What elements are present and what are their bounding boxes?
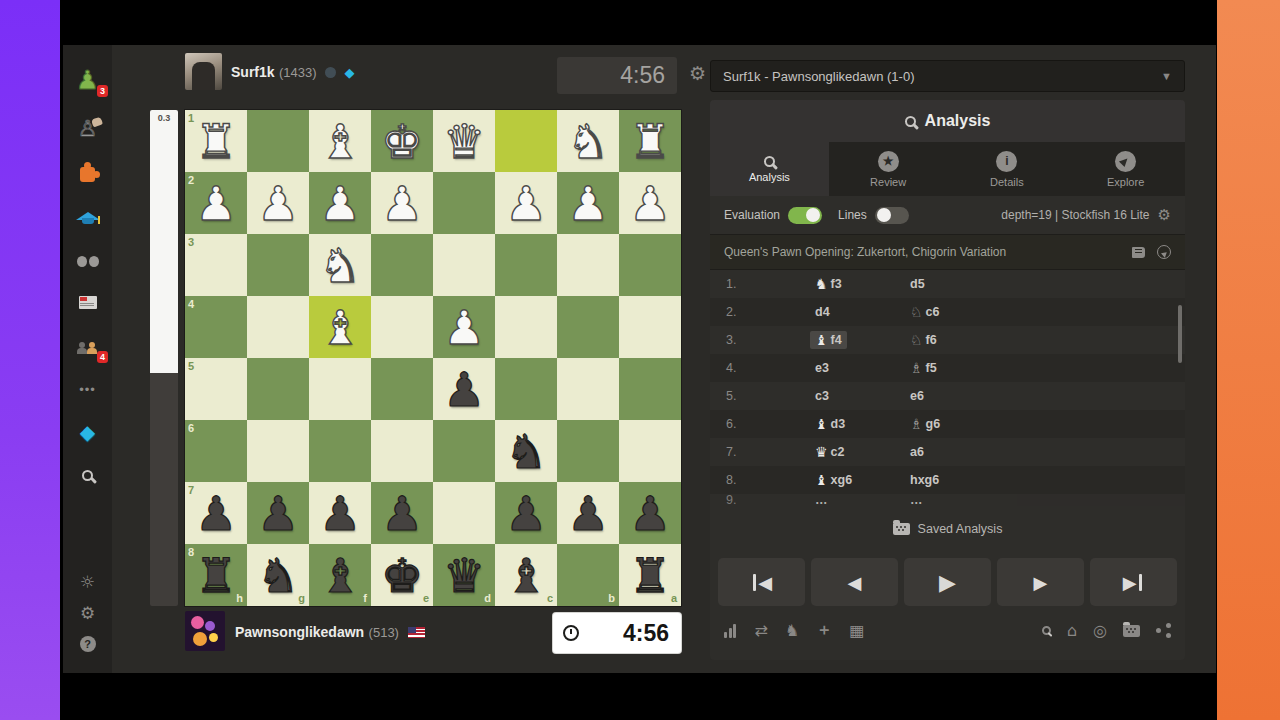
square-d7[interactable]	[433, 482, 495, 544]
gear-icon: ⚙	[80, 603, 95, 623]
sidebar-item-play-computer[interactable]: ♙	[63, 111, 112, 145]
add-line-icon[interactable]: ＋	[816, 620, 832, 641]
white-b-move-icon: ♝	[815, 416, 828, 432]
white-p-piece[interactable]: ♟	[495, 172, 557, 234]
black-move[interactable]: ♘c6	[905, 303, 944, 321]
opening-explorer-icon[interactable]	[1157, 245, 1171, 259]
square-b4[interactable]	[557, 296, 619, 358]
white-r-piece[interactable]: ♜	[619, 110, 681, 172]
play-button[interactable]: ▶	[904, 558, 991, 606]
white-move-cell: ♝f4	[810, 331, 905, 349]
white-p-piece[interactable]: ♟	[247, 172, 309, 234]
white-p-piece[interactable]: ♟	[433, 296, 495, 358]
left-frame-stripe	[0, 0, 60, 720]
compass-icon	[1115, 151, 1136, 172]
binoculars-icon	[77, 256, 99, 267]
engine-settings-gear-icon[interactable]: ⚙	[1158, 206, 1171, 224]
black-move[interactable]: ♗g6	[905, 415, 945, 433]
top-player-rating: (1433)	[279, 65, 317, 80]
white-r-piece[interactable]: ♜	[185, 110, 247, 172]
square-g4[interactable]	[247, 296, 309, 358]
practice-target-icon[interactable]: ◎	[1093, 621, 1107, 640]
square-b7[interactable]: ♟	[557, 482, 619, 544]
saved-analysis-button[interactable]: Saved Analysis	[710, 514, 1185, 544]
sidebar-item-watch[interactable]	[63, 244, 112, 278]
sidebar: ♟ 3 ♙ 4 ••• ◆	[63, 45, 112, 673]
square-f3[interactable]: ♞	[309, 234, 371, 296]
black-p-piece[interactable]: ♟	[557, 482, 619, 544]
square-b3[interactable]	[557, 234, 619, 296]
black-move-cell: d5	[905, 276, 1185, 292]
white-b-piece[interactable]: ♝	[309, 110, 371, 172]
clock-icon	[563, 625, 579, 641]
bottom-player-name[interactable]: Pawnsonglikedawn	[235, 624, 364, 640]
analysis-toolbar: ⇄ ♞ ＋ ▦ ⌂ ◎	[710, 606, 1185, 641]
sidebar-item-learn[interactable]	[63, 200, 112, 234]
move-number: 7.	[726, 445, 768, 459]
presence-icon	[325, 67, 336, 78]
white-move[interactable]: ♞f3	[810, 275, 847, 293]
white-move-cell: ♝d3	[810, 415, 905, 433]
move-row-5: 5.c3e6	[710, 382, 1185, 410]
previous-move-button[interactable]: ◀	[811, 558, 898, 606]
social-badge: 4	[97, 351, 108, 363]
square-g8[interactable]: ♞g	[247, 544, 309, 606]
rank-label-6: 6	[188, 422, 194, 434]
square-g7[interactable]: ♟	[247, 482, 309, 544]
sidebar-item-puzzles[interactable]	[63, 157, 112, 191]
chess-app: ♟ 3 ♙ 4 ••• ◆	[63, 45, 1216, 673]
evaluation-value: 0.3	[150, 113, 178, 123]
white-move[interactable]: ♝xg6	[810, 471, 857, 489]
white-n-piece[interactable]: ♞	[309, 234, 371, 296]
play-pawn-icon: ♟	[76, 65, 99, 95]
square-d5[interactable]: ♟	[433, 358, 495, 420]
square-d4[interactable]: ♟	[433, 296, 495, 358]
sidebar-item-membership[interactable]: ◆	[63, 415, 112, 449]
square-b6[interactable]	[557, 420, 619, 482]
sidebar-item-play[interactable]: ♟ 3	[63, 63, 112, 97]
square-a2[interactable]: ♟	[619, 172, 681, 234]
rank-label-3: 3	[188, 236, 194, 248]
square-d2[interactable]	[433, 172, 495, 234]
theme-icon: ☼	[80, 572, 95, 592]
rank-label-1: 1	[188, 112, 194, 124]
white-move[interactable]: …	[810, 494, 833, 506]
square-f8[interactable]: ♝f	[309, 544, 371, 606]
square-c2[interactable]: ♟	[495, 172, 557, 234]
move-number: 6.	[726, 417, 768, 431]
evaluation-bar-white	[150, 110, 178, 373]
black-p-piece[interactable]: ♟	[247, 482, 309, 544]
black-p-piece[interactable]: ♟	[309, 482, 371, 544]
game-select-label: Surf1k - Pawnsonglikedawn (1-0)	[723, 69, 914, 84]
file-label-f: f	[363, 592, 367, 604]
square-e7[interactable]: ♟	[371, 482, 433, 544]
save-icon[interactable]	[1123, 625, 1140, 637]
move-row-7: 7.♛c2a6	[710, 438, 1185, 466]
tab-details[interactable]: i Details	[948, 142, 1067, 196]
square-h5[interactable]: 5	[185, 358, 247, 420]
avatar-bottom-player[interactable]	[185, 611, 225, 651]
square-h1[interactable]: ♜1	[185, 110, 247, 172]
move-row-1: 1.♞f3d5	[710, 270, 1185, 298]
top-player-clock: 4:56	[557, 57, 677, 94]
square-b5[interactable]	[557, 358, 619, 420]
sidebar-item-settings[interactable]: ⚙	[63, 596, 112, 630]
black-move-cell: a6	[905, 444, 1185, 460]
flip-board-icon[interactable]: ⇄	[755, 621, 768, 640]
file-label-h: h	[236, 592, 243, 604]
black-move[interactable]: ♗f5	[905, 359, 942, 377]
black-move-cell: ♗f5	[905, 359, 1185, 377]
white-k-piece[interactable]: ♚	[371, 110, 433, 172]
rank-label-5: 5	[188, 360, 194, 372]
membership-diamond-icon: ◆	[345, 65, 355, 80]
black-move-cell: …	[905, 494, 1185, 506]
square-a5[interactable]	[619, 358, 681, 420]
square-f2[interactable]: ♟	[309, 172, 371, 234]
diamond-icon: ◆	[80, 420, 95, 444]
square-c4[interactable]	[495, 296, 557, 358]
bottom-player-clock: 4:56	[553, 613, 681, 653]
move-number: 1.	[726, 277, 768, 291]
square-f7[interactable]: ♟	[309, 482, 371, 544]
sidebar-item-more[interactable]: •••	[63, 372, 112, 406]
first-move-button[interactable]: ◀	[718, 558, 805, 606]
analysis-title: Analysis	[710, 100, 1185, 142]
black-move-cell: e6	[905, 388, 1185, 404]
black-move[interactable]: d5	[905, 276, 930, 292]
square-c3[interactable]	[495, 234, 557, 296]
square-g3[interactable]	[247, 234, 309, 296]
white-move-cell: ♛c2	[810, 443, 905, 461]
white-move[interactable]: d4	[810, 304, 835, 320]
square-b2[interactable]: ♟	[557, 172, 619, 234]
square-f4[interactable]: ♝	[309, 296, 371, 358]
square-d3[interactable]	[433, 234, 495, 296]
engine-controls: Evaluation Lines depth=19 | Stockfish 16…	[710, 196, 1185, 234]
us-flag-icon	[408, 627, 425, 638]
square-c1[interactable]	[495, 110, 557, 172]
rank-label-4: 4	[188, 298, 194, 310]
square-f1[interactable]: ♝	[309, 110, 371, 172]
opening-row[interactable]: Queen's Pawn Opening: Zukertort, Chigori…	[710, 234, 1185, 270]
evaluation-toggle[interactable]	[788, 207, 822, 224]
move-navigation: ◀ ◀ ▶ ▶ ▶	[710, 544, 1185, 606]
hand-piece-icon: ♙	[78, 116, 98, 141]
square-c6[interactable]: ♞	[495, 420, 557, 482]
next-move-button[interactable]: ▶	[997, 558, 1084, 606]
square-c5[interactable]	[495, 358, 557, 420]
top-player-row: Surf1k (1433) ◆	[231, 63, 355, 81]
square-d1[interactable]: ♛	[433, 110, 495, 172]
graduation-cap-icon	[76, 210, 100, 224]
black-move-cell: ♗g6	[905, 415, 1185, 433]
rank-label-7: 7	[188, 484, 194, 496]
analysis-panel: Surf1k - Pawnsonglikedawn (1-0) ▼ Analys…	[710, 60, 1185, 660]
white-p-piece[interactable]: ♟	[185, 172, 247, 234]
library-icon[interactable]: ⌂	[1067, 621, 1077, 640]
file-label-d: d	[484, 592, 491, 604]
black-b-piece[interactable]: ♝	[309, 544, 371, 606]
tab-analysis[interactable]: Analysis	[710, 142, 829, 196]
pieces-icon[interactable]: ♞	[785, 621, 799, 640]
sidebar-item-news[interactable]	[63, 285, 112, 319]
white-b-piece[interactable]: ♝	[309, 296, 371, 358]
black-b-move-icon: ♗	[910, 360, 923, 376]
white-move[interactable]: ♝d3	[810, 415, 850, 433]
game-select-dropdown[interactable]: Surf1k - Pawnsonglikedawn (1-0) ▼	[710, 60, 1185, 92]
sidebar-item-theme[interactable]: ☼	[63, 565, 112, 599]
black-b-move-icon: ♗	[910, 416, 923, 432]
square-a6[interactable]	[619, 420, 681, 482]
file-label-g: g	[298, 592, 305, 604]
move-number: 9.	[726, 494, 768, 506]
white-p-piece[interactable]: ♟	[619, 172, 681, 234]
white-move-cell: ♝xg6	[810, 471, 905, 489]
square-h3[interactable]: 3	[185, 234, 247, 296]
square-c7[interactable]: ♟	[495, 482, 557, 544]
evaluation-toggle-label: Evaluation	[724, 208, 780, 222]
move-list-scrollbar[interactable]	[1178, 305, 1182, 363]
move-row-2: 2.d4♘c6	[710, 298, 1185, 326]
analysis-magnifier-icon	[905, 116, 916, 127]
square-g5[interactable]	[247, 358, 309, 420]
square-f5[interactable]	[309, 358, 371, 420]
search-icon	[82, 470, 93, 481]
puzzle-icon	[80, 167, 95, 182]
square-d6[interactable]	[433, 420, 495, 482]
play-badge: 3	[97, 85, 108, 97]
last-move-button[interactable]: ▶	[1090, 558, 1177, 606]
file-label-b: b	[608, 592, 615, 604]
black-p-piece[interactable]: ♟	[495, 482, 557, 544]
sidebar-item-search[interactable]	[63, 458, 112, 492]
zoom-icon[interactable]	[1042, 626, 1051, 635]
top-player-name[interactable]: Surf1k	[231, 64, 275, 80]
opening-book-icon[interactable]	[1132, 247, 1145, 258]
chess-board[interactable]: ♜1♝♚♛♞♜♟2♟♟♟♟♟♟3♞4♝♟5♟6♞♟7♟♟♟♟♟♟♜8h♞g♝f♚…	[185, 110, 681, 606]
move-number: 4.	[726, 361, 768, 375]
move-list: 1.♞f3d52.d4♘c63.♝f4♘f64.e3♗f55.c3e66.♝d3…	[710, 270, 1185, 506]
square-a4[interactable]	[619, 296, 681, 358]
white-q-piece[interactable]: ♛	[433, 110, 495, 172]
file-label-a: a	[671, 592, 677, 604]
white-p-piece[interactable]: ♟	[309, 172, 371, 234]
newspaper-icon	[79, 296, 97, 309]
white-b-move-icon: ♝	[815, 472, 828, 488]
black-move-cell: hxg6	[905, 472, 1185, 488]
square-f6[interactable]	[309, 420, 371, 482]
chevron-down-icon: ▼	[1161, 70, 1172, 82]
square-a7[interactable]: ♟	[619, 482, 681, 544]
more-dots-icon: •••	[79, 382, 96, 397]
bottom-player-row: Pawnsonglikedawn (513)	[235, 623, 425, 641]
lines-toggle[interactable]	[875, 207, 909, 224]
move-number: 3.	[726, 333, 768, 347]
opening-name: Queen's Pawn Opening: Zukertort, Chigori…	[724, 245, 1006, 259]
analysis-tabs: Analysis ★ Review i Details Explore	[710, 142, 1185, 196]
bottom-player-rating: (513)	[369, 625, 399, 640]
move-number: 5.	[726, 389, 768, 403]
white-move[interactable]: ♝f4	[810, 331, 847, 349]
white-p-piece[interactable]: ♟	[371, 172, 433, 234]
white-move-cell: e3	[810, 360, 905, 376]
white-b-move-icon: ♝	[815, 332, 828, 348]
black-move-cell: ♘f6	[905, 331, 1185, 349]
square-g2[interactable]: ♟	[247, 172, 309, 234]
square-a3[interactable]	[619, 234, 681, 296]
setup-board-icon[interactable]: ▦	[849, 621, 864, 640]
square-a8[interactable]: ♜a	[619, 544, 681, 606]
white-move-cell: ♞f3	[810, 275, 905, 293]
lines-toggle-label: Lines	[838, 208, 867, 222]
square-h4[interactable]: 4	[185, 296, 247, 358]
square-e4[interactable]	[371, 296, 433, 358]
analysis-tab-icon	[764, 156, 775, 167]
share-icon[interactable]	[1156, 623, 1171, 638]
black-p-piece[interactable]: ♟	[619, 482, 681, 544]
move-number: 8.	[726, 473, 768, 487]
rank-label-8: 8	[188, 546, 194, 558]
move-number: 2.	[726, 305, 768, 319]
white-n-move-icon: ♞	[815, 276, 828, 292]
black-move[interactable]: hxg6	[905, 472, 944, 488]
square-h6[interactable]: 6	[185, 420, 247, 482]
report-chart-icon[interactable]	[724, 624, 738, 638]
square-h7[interactable]: ♟7	[185, 482, 247, 544]
square-g6[interactable]	[247, 420, 309, 482]
black-p-piece[interactable]: ♟	[371, 482, 433, 544]
tab-review[interactable]: ★ Review	[829, 142, 948, 196]
white-move-cell: d4	[810, 304, 905, 320]
black-move[interactable]: …	[905, 494, 928, 506]
black-move[interactable]: a6	[905, 444, 929, 460]
rank-label-2: 2	[188, 174, 194, 186]
board-settings-gear-icon[interactable]: ⚙	[689, 62, 706, 84]
square-e2[interactable]: ♟	[371, 172, 433, 234]
black-n-piece[interactable]: ♞	[495, 420, 557, 482]
white-q-move-icon: ♛	[815, 444, 828, 460]
file-label-c: c	[547, 592, 553, 604]
analysis-card: Analysis Analysis ★ Review i Details Exp	[710, 100, 1185, 660]
black-move[interactable]: ♘f6	[905, 331, 942, 349]
avatar-top-player[interactable]	[185, 53, 222, 90]
info-icon: i	[996, 151, 1017, 172]
move-row-6: 6.♝d3♗g6	[710, 410, 1185, 438]
move-row-9: 9.……	[710, 494, 1185, 506]
white-move[interactable]: e3	[810, 360, 834, 376]
black-n-move-icon: ♘	[910, 332, 923, 348]
square-e8[interactable]: ♚e	[371, 544, 433, 606]
file-label-e: e	[423, 592, 429, 604]
square-e3[interactable]	[371, 234, 433, 296]
white-move-cell: …	[810, 494, 905, 506]
white-move-cell: c3	[810, 388, 905, 404]
white-move[interactable]: c3	[810, 388, 834, 404]
square-e5[interactable]	[371, 358, 433, 420]
evaluation-bar: 0.3	[150, 110, 178, 606]
square-e1[interactable]: ♚	[371, 110, 433, 172]
sidebar-item-social[interactable]: 4	[63, 329, 112, 363]
right-frame-stripe	[1217, 0, 1280, 720]
tab-explore[interactable]: Explore	[1066, 142, 1185, 196]
sidebar-item-help[interactable]: ?	[63, 627, 112, 661]
move-row-8: 8.♝xg6hxg6	[710, 466, 1185, 494]
square-a1[interactable]: ♜	[619, 110, 681, 172]
square-b8[interactable]: b	[557, 544, 619, 606]
white-move[interactable]: ♛c2	[810, 443, 849, 461]
square-h8[interactable]: ♜8h	[185, 544, 247, 606]
square-e6[interactable]	[371, 420, 433, 482]
square-g1[interactable]	[247, 110, 309, 172]
saved-analysis-folder-icon	[893, 523, 910, 535]
engine-info: depth=19 | Stockfish 16 Lite	[1001, 208, 1149, 222]
black-p-piece[interactable]: ♟	[433, 358, 495, 420]
black-move[interactable]: e6	[905, 388, 929, 404]
star-icon: ★	[878, 151, 899, 172]
black-p-piece[interactable]: ♟	[185, 482, 247, 544]
square-b1[interactable]: ♞	[557, 110, 619, 172]
square-h2[interactable]: ♟2	[185, 172, 247, 234]
move-row-4: 4.e3♗f5	[710, 354, 1185, 382]
black-n-move-icon: ♘	[910, 304, 923, 320]
square-d8[interactable]: ♛d	[433, 544, 495, 606]
white-n-piece[interactable]: ♞	[557, 110, 619, 172]
white-p-piece[interactable]: ♟	[557, 172, 619, 234]
square-c8[interactable]: ♝c	[495, 544, 557, 606]
friends-icon	[77, 339, 99, 354]
help-icon: ?	[80, 636, 96, 652]
black-move-cell: ♘c6	[905, 303, 1185, 321]
move-row-3: 3.♝f4♘f6	[710, 326, 1185, 354]
